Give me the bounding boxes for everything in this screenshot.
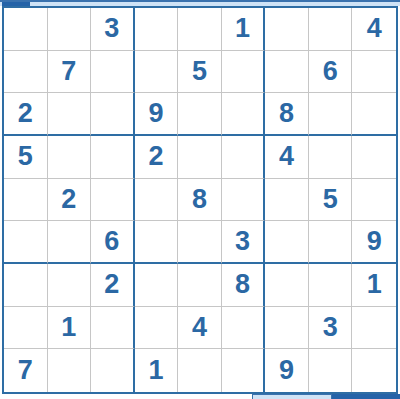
cell-r6c6[interactable]: 3: [222, 221, 266, 264]
cell-r3c1[interactable]: 2: [4, 93, 48, 136]
cell-r4c1[interactable]: 5: [4, 136, 48, 179]
cell-r2c9[interactable]: [352, 51, 396, 94]
cell-r5c1[interactable]: [4, 179, 48, 222]
cell-r1c1[interactable]: [4, 8, 48, 51]
cell-r8c9[interactable]: [352, 307, 396, 350]
bottom-toolbar-cutoff: [0, 394, 400, 399]
cell-r1c5[interactable]: [178, 8, 222, 51]
cell-r5c5[interactable]: 8: [178, 179, 222, 222]
cell-r7c8[interactable]: [309, 264, 353, 307]
cell-r9c4[interactable]: 1: [135, 349, 179, 392]
cell-r5c4[interactable]: [135, 179, 179, 222]
cell-r8c3[interactable]: [91, 307, 135, 350]
cell-r8c1[interactable]: [4, 307, 48, 350]
sudoku-app: 314756298524285639281143719: [0, 0, 400, 399]
sudoku-board: 314756298524285639281143719: [2, 6, 398, 394]
cell-r2c2[interactable]: 7: [48, 51, 92, 94]
cell-r9c9[interactable]: [352, 349, 396, 392]
cell-r9c5[interactable]: [178, 349, 222, 392]
cell-r3c4[interactable]: 9: [135, 93, 179, 136]
cell-r1c7[interactable]: [265, 8, 309, 51]
cell-r6c1[interactable]: [4, 221, 48, 264]
cell-r6c3[interactable]: 6: [91, 221, 135, 264]
cell-r2c4[interactable]: [135, 51, 179, 94]
cell-r8c7[interactable]: [265, 307, 309, 350]
cell-r5c3[interactable]: [91, 179, 135, 222]
cell-r8c5[interactable]: 4: [178, 307, 222, 350]
cell-r7c3[interactable]: 2: [91, 264, 135, 307]
cell-r9c7[interactable]: 9: [265, 349, 309, 392]
cell-r2c7[interactable]: [265, 51, 309, 94]
cell-r3c2[interactable]: [48, 93, 92, 136]
cell-r6c8[interactable]: [309, 221, 353, 264]
cell-r4c2[interactable]: [48, 136, 92, 179]
cell-r7c5[interactable]: [178, 264, 222, 307]
cell-r1c4[interactable]: [135, 8, 179, 51]
cell-r3c5[interactable]: [178, 93, 222, 136]
cell-r1c9[interactable]: 4: [352, 8, 396, 51]
cell-r7c7[interactable]: [265, 264, 309, 307]
cell-r4c7[interactable]: 4: [265, 136, 309, 179]
cell-r8c4[interactable]: [135, 307, 179, 350]
cell-r5c7[interactable]: [265, 179, 309, 222]
cell-r3c7[interactable]: 8: [265, 93, 309, 136]
cell-r8c6[interactable]: [222, 307, 266, 350]
cell-r9c2[interactable]: [48, 349, 92, 392]
cell-r4c4[interactable]: 2: [135, 136, 179, 179]
cell-r7c2[interactable]: [48, 264, 92, 307]
cell-r9c6[interactable]: [222, 349, 266, 392]
cell-r2c5[interactable]: 5: [178, 51, 222, 94]
cell-r9c8[interactable]: [309, 349, 353, 392]
cell-r4c6[interactable]: [222, 136, 266, 179]
cell-r6c4[interactable]: [135, 221, 179, 264]
cell-r8c2[interactable]: 1: [48, 307, 92, 350]
cell-r3c9[interactable]: [352, 93, 396, 136]
cell-r3c3[interactable]: [91, 93, 135, 136]
cell-r1c3[interactable]: 3: [91, 8, 135, 51]
cell-r5c8[interactable]: 5: [309, 179, 353, 222]
cell-r2c3[interactable]: [91, 51, 135, 94]
cell-r6c7[interactable]: [265, 221, 309, 264]
cell-r5c6[interactable]: [222, 179, 266, 222]
cell-r4c5[interactable]: [178, 136, 222, 179]
cell-r5c2[interactable]: 2: [48, 179, 92, 222]
cell-r5c9[interactable]: [352, 179, 396, 222]
cell-r4c8[interactable]: [309, 136, 353, 179]
cell-r1c8[interactable]: [309, 8, 353, 51]
cell-r6c9[interactable]: 9: [352, 221, 396, 264]
cell-r7c4[interactable]: [135, 264, 179, 307]
cell-r1c2[interactable]: [48, 8, 92, 51]
cell-r4c3[interactable]: [91, 136, 135, 179]
cell-r9c3[interactable]: [91, 349, 135, 392]
cell-r3c8[interactable]: [309, 93, 353, 136]
cell-r8c8[interactable]: 3: [309, 307, 353, 350]
cell-r7c1[interactable]: [4, 264, 48, 307]
cell-r4c9[interactable]: [352, 136, 396, 179]
cell-r2c8[interactable]: 6: [309, 51, 353, 94]
bottom-button-light-cutoff[interactable]: [252, 394, 332, 399]
cell-r7c6[interactable]: 8: [222, 264, 266, 307]
cell-r6c2[interactable]: [48, 221, 92, 264]
cell-r6c5[interactable]: [178, 221, 222, 264]
cell-r2c6[interactable]: [222, 51, 266, 94]
cell-r9c1[interactable]: 7: [4, 349, 48, 392]
cell-r3c6[interactable]: [222, 93, 266, 136]
cell-r2c1[interactable]: [4, 51, 48, 94]
bottom-button-dark-cutoff[interactable]: [332, 394, 400, 399]
cell-r7c9[interactable]: 1: [352, 264, 396, 307]
cell-r1c6[interactable]: 1: [222, 8, 266, 51]
